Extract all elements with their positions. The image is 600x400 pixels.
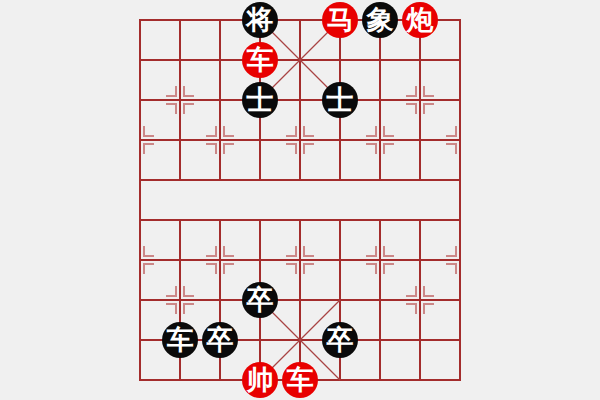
red-chariot-1[interactable]: 车 [242, 42, 278, 78]
red-general[interactable]: 帅 [242, 362, 278, 398]
piece-glyph: 象 [367, 6, 394, 33]
piece-glyph: 卒 [247, 286, 274, 313]
red-horse[interactable]: 马 [322, 2, 358, 38]
black-general[interactable]: 将 [242, 2, 278, 38]
piece-glyph: 马 [327, 6, 354, 33]
piece-glyph: 车 [167, 326, 194, 353]
red-cannon[interactable]: 炮 [402, 2, 438, 38]
piece-glyph: 车 [287, 366, 314, 393]
piece-glyph: 将 [247, 6, 274, 33]
piece-glyph: 车 [247, 46, 274, 73]
red-chariot-2[interactable]: 车 [282, 362, 318, 398]
black-soldier-1[interactable]: 卒 [242, 282, 278, 318]
piece-glyph: 士 [327, 86, 354, 113]
black-chariot[interactable]: 车 [162, 322, 198, 358]
black-elephant[interactable]: 象 [362, 2, 398, 38]
piece-glyph: 卒 [327, 326, 354, 353]
piece-glyph: 帅 [247, 366, 274, 393]
piece-glyph: 卒 [207, 326, 234, 353]
black-advisor-2[interactable]: 士 [322, 82, 358, 118]
piece-glyph: 炮 [407, 6, 434, 33]
xiangqi-diagram: 将马象炮车士士卒车卒卒帅车 [0, 0, 600, 400]
black-advisor-1[interactable]: 士 [242, 82, 278, 118]
xiangqi-pieces-layer: 将马象炮车士士卒车卒卒帅车 [120, 0, 480, 400]
piece-glyph: 士 [247, 86, 274, 113]
black-soldier-3[interactable]: 卒 [322, 322, 358, 358]
black-soldier-2[interactable]: 卒 [202, 322, 238, 358]
